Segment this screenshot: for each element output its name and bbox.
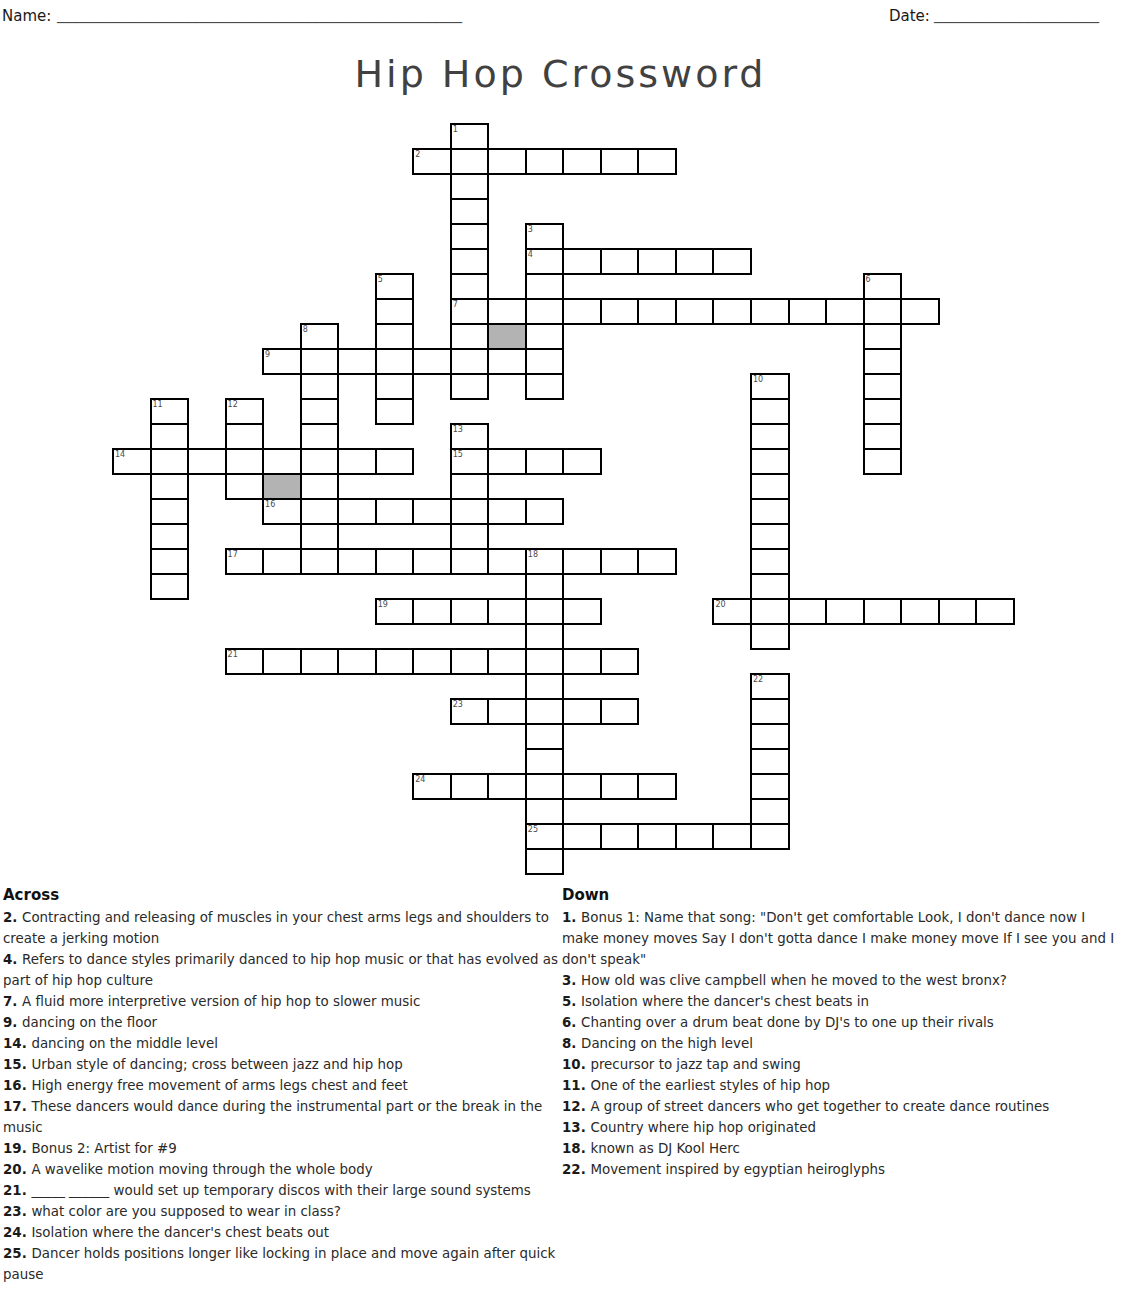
clue-number-label: 9. bbox=[3, 1015, 22, 1030]
crossword-grid: 1234567891011121314151617181920212223242… bbox=[113, 124, 1015, 876]
grid-cell[interactable] bbox=[750, 798, 790, 825]
grid-cell[interactable] bbox=[337, 498, 377, 525]
grid-cell[interactable] bbox=[525, 498, 565, 525]
grid-cell[interactable] bbox=[600, 648, 640, 675]
clue-across-4: 4. Refers to dance styles primarily danc… bbox=[3, 949, 560, 991]
across-clue-list: 2. Contracting and releasing of muscles … bbox=[3, 907, 560, 1285]
clue-across-23: 23. what color are you supposed to wear … bbox=[3, 1201, 560, 1222]
grid-cell[interactable] bbox=[412, 648, 452, 675]
clue-across-7: 7. A fluid more interpretive version of … bbox=[3, 991, 560, 1012]
grid-cell[interactable]: 23 bbox=[450, 698, 490, 725]
grid-cell[interactable] bbox=[750, 748, 790, 775]
grid-cell[interactable] bbox=[863, 423, 903, 450]
grid-cell[interactable] bbox=[337, 348, 377, 375]
clue-number-label: 12. bbox=[562, 1099, 590, 1114]
grid-cell[interactable] bbox=[863, 323, 903, 350]
clue-number-label: 25. bbox=[3, 1246, 31, 1261]
clue-number: 15 bbox=[453, 450, 463, 459]
clue-down-3: 3. How old was clive campbell when he mo… bbox=[562, 970, 1119, 991]
clue-number-label: 8. bbox=[562, 1036, 581, 1051]
clue-number-label: 14. bbox=[3, 1036, 31, 1051]
clue-number: 13 bbox=[453, 425, 463, 434]
grid-cell[interactable] bbox=[750, 523, 790, 550]
grid-cell[interactable] bbox=[450, 148, 490, 175]
grid-cell[interactable] bbox=[525, 698, 565, 725]
grid-cell[interactable] bbox=[600, 698, 640, 725]
grid-cell[interactable] bbox=[225, 448, 265, 475]
grid-cell[interactable] bbox=[525, 373, 565, 400]
grid-cell[interactable] bbox=[450, 273, 490, 300]
grid-cell[interactable]: 6 bbox=[863, 273, 903, 300]
grid-cell[interactable]: 4 bbox=[525, 248, 565, 275]
grid-cell[interactable] bbox=[562, 298, 602, 325]
down-clue-list: 1. Bonus 1: Name that song: "Don't get c… bbox=[562, 907, 1119, 1180]
grid-cell[interactable] bbox=[187, 448, 227, 475]
grid-cell[interactable]: 18 bbox=[525, 548, 565, 575]
clue-number-label: 16. bbox=[3, 1078, 31, 1093]
grid-cell[interactable] bbox=[562, 773, 602, 800]
grid-cell[interactable] bbox=[450, 498, 490, 525]
grid-cell[interactable] bbox=[412, 498, 452, 525]
grid-cell[interactable] bbox=[600, 548, 640, 575]
grid-cell[interactable] bbox=[750, 773, 790, 800]
grid-cell[interactable] bbox=[450, 348, 490, 375]
grid-cell[interactable] bbox=[375, 398, 415, 425]
grid-cell[interactable] bbox=[150, 423, 190, 450]
clue-down-22: 22. Movement inspired by egyptian heirog… bbox=[562, 1159, 1119, 1180]
grid-cell[interactable] bbox=[300, 348, 340, 375]
grid-cell[interactable] bbox=[600, 148, 640, 175]
grid-cell[interactable]: 11 bbox=[150, 398, 190, 425]
clue-number: 8 bbox=[303, 325, 308, 334]
clue-across-21: 21. _____ ______ would set up temporary … bbox=[3, 1180, 560, 1201]
grid-cell[interactable] bbox=[450, 548, 490, 575]
grid-cell[interactable] bbox=[412, 548, 452, 575]
grid-cell[interactable] bbox=[150, 448, 190, 475]
grid-cell[interactable] bbox=[525, 148, 565, 175]
grid-cell[interactable] bbox=[600, 773, 640, 800]
grid-cell[interactable] bbox=[487, 448, 527, 475]
grid-cell[interactable] bbox=[300, 423, 340, 450]
grid-cell[interactable] bbox=[262, 448, 302, 475]
grid-cell[interactable]: 15 bbox=[450, 448, 490, 475]
clue-across-20: 20. A wavelike motion moving through the… bbox=[3, 1159, 560, 1180]
grid-cell[interactable] bbox=[150, 573, 190, 600]
grid-cell[interactable] bbox=[750, 498, 790, 525]
clue-number-label: 3. bbox=[562, 973, 581, 988]
clue-number-label: 18. bbox=[562, 1141, 590, 1156]
grid-cell[interactable] bbox=[562, 248, 602, 275]
clue-number-label: 5. bbox=[562, 994, 581, 1009]
grid-cell[interactable] bbox=[450, 173, 490, 200]
grid-cell[interactable] bbox=[675, 248, 715, 275]
grid-cell[interactable] bbox=[525, 273, 565, 300]
clue-number: 18 bbox=[528, 550, 538, 559]
grid-cell[interactable] bbox=[825, 298, 865, 325]
grid-cell[interactable] bbox=[525, 648, 565, 675]
grid-cell[interactable] bbox=[337, 448, 377, 475]
grid-cell[interactable] bbox=[300, 398, 340, 425]
grid-cell[interactable] bbox=[750, 823, 790, 850]
grid-cell[interactable] bbox=[375, 348, 415, 375]
clue-down-11: 11. One of the earliest styles of hip ho… bbox=[562, 1075, 1119, 1096]
grid-cell[interactable] bbox=[562, 698, 602, 725]
grid-cell[interactable] bbox=[450, 648, 490, 675]
clue-number: 3 bbox=[528, 225, 533, 234]
grid-cell[interactable] bbox=[225, 473, 265, 500]
grid-cell[interactable] bbox=[487, 598, 527, 625]
grid-cell[interactable] bbox=[487, 498, 527, 525]
name-label: Name: bbox=[2, 7, 51, 25]
grid-cell[interactable] bbox=[637, 773, 677, 800]
grid-cell[interactable] bbox=[900, 298, 940, 325]
grid-cell[interactable] bbox=[750, 573, 790, 600]
grid-cell-shaded[interactable] bbox=[487, 323, 527, 350]
clue-number: 14 bbox=[115, 450, 125, 459]
grid-cell[interactable] bbox=[750, 698, 790, 725]
clue-number: 7 bbox=[453, 300, 458, 309]
grid-cell[interactable] bbox=[863, 348, 903, 375]
clue-number: 24 bbox=[415, 775, 425, 784]
clue-across-25: 25. Dancer holds positions longer like l… bbox=[3, 1243, 560, 1285]
grid-cell[interactable] bbox=[525, 748, 565, 775]
date-label: Date: bbox=[889, 7, 930, 25]
grid-cell[interactable] bbox=[487, 548, 527, 575]
grid-cell[interactable] bbox=[150, 498, 190, 525]
grid-cell[interactable] bbox=[525, 848, 565, 875]
grid-cell[interactable] bbox=[600, 298, 640, 325]
clue-number: 6 bbox=[866, 275, 871, 284]
clue-number-label: 19. bbox=[3, 1141, 31, 1156]
grid-cell[interactable] bbox=[225, 423, 265, 450]
grid-cell[interactable] bbox=[300, 648, 340, 675]
grid-cell[interactable] bbox=[750, 623, 790, 650]
grid-cell[interactable]: 14 bbox=[112, 448, 152, 475]
clue-number-label: 6. bbox=[562, 1015, 581, 1030]
grid-cell[interactable] bbox=[938, 598, 978, 625]
clue-number-label: 7. bbox=[3, 994, 22, 1009]
grid-cell[interactable] bbox=[525, 323, 565, 350]
grid-cell[interactable] bbox=[525, 298, 565, 325]
clue-across-24: 24. Isolation where the dancer's chest b… bbox=[3, 1222, 560, 1243]
clue-number-label: 23. bbox=[3, 1204, 31, 1219]
clue-number-label: 13. bbox=[562, 1120, 590, 1135]
grid-cell[interactable] bbox=[562, 648, 602, 675]
grid-cell[interactable] bbox=[750, 398, 790, 425]
grid-cell[interactable] bbox=[525, 723, 565, 750]
grid-cell[interactable] bbox=[712, 298, 752, 325]
grid-cell[interactable] bbox=[525, 573, 565, 600]
clue-number: 22 bbox=[753, 675, 763, 684]
grid-cell[interactable] bbox=[412, 348, 452, 375]
clue-number-label: 24. bbox=[3, 1225, 31, 1240]
grid-cell[interactable] bbox=[863, 298, 903, 325]
grid-cell[interactable] bbox=[487, 698, 527, 725]
grid-cell[interactable] bbox=[375, 323, 415, 350]
grid-cell-shaded[interactable] bbox=[262, 473, 302, 500]
grid-cell[interactable]: 21 bbox=[225, 648, 265, 675]
grid-cell[interactable] bbox=[487, 298, 527, 325]
grid-cell[interactable] bbox=[450, 473, 490, 500]
clue-number-label: 1. bbox=[562, 910, 581, 925]
grid-cell[interactable] bbox=[975, 598, 1015, 625]
grid-cell[interactable] bbox=[525, 623, 565, 650]
grid-cell[interactable] bbox=[750, 723, 790, 750]
grid-cell[interactable]: 12 bbox=[225, 398, 265, 425]
clue-across-2: 2. Contracting and releasing of muscles … bbox=[3, 907, 560, 949]
grid-cell[interactable]: 1 bbox=[450, 123, 490, 150]
grid-cell[interactable] bbox=[600, 823, 640, 850]
grid-cell[interactable] bbox=[150, 523, 190, 550]
grid-cell[interactable]: 19 bbox=[375, 598, 415, 625]
grid-cell[interactable] bbox=[637, 298, 677, 325]
across-heading: Across bbox=[3, 884, 560, 907]
clues-down-section: Down 1. Bonus 1: Name that song: "Don't … bbox=[562, 884, 1119, 1180]
grid-cell[interactable] bbox=[900, 598, 940, 625]
page-title: Hip Hop Crossword bbox=[0, 52, 1121, 96]
grid-cell[interactable] bbox=[863, 598, 903, 625]
grid-cell[interactable] bbox=[487, 648, 527, 675]
clue-number-label: 15. bbox=[3, 1057, 31, 1072]
clue-across-15: 15. Urban style of dancing; cross betwee… bbox=[3, 1054, 560, 1075]
clue-number: 20 bbox=[715, 600, 725, 609]
grid-cell[interactable]: 10 bbox=[750, 373, 790, 400]
grid-cell[interactable] bbox=[300, 498, 340, 525]
grid-cell[interactable] bbox=[562, 148, 602, 175]
clue-down-10: 10. precursor to jazz tap and swing bbox=[562, 1054, 1119, 1075]
grid-cell[interactable] bbox=[525, 448, 565, 475]
clue-number: 12 bbox=[228, 400, 238, 409]
clue-across-14: 14. dancing on the middle level bbox=[3, 1033, 560, 1054]
clue-down-12: 12. A group of street dancers who get to… bbox=[562, 1096, 1119, 1117]
grid-cell[interactable]: 3 bbox=[525, 223, 565, 250]
grid-cell[interactable]: 2 bbox=[412, 148, 452, 175]
grid-cell[interactable] bbox=[562, 548, 602, 575]
grid-cell[interactable] bbox=[825, 598, 865, 625]
clue-down-13: 13. Country where hip hop originated bbox=[562, 1117, 1119, 1138]
grid-cell[interactable]: 17 bbox=[225, 548, 265, 575]
grid-cell[interactable] bbox=[525, 798, 565, 825]
grid-cell[interactable] bbox=[637, 148, 677, 175]
grid-cell[interactable] bbox=[150, 548, 190, 575]
clue-number: 1 bbox=[453, 125, 458, 134]
clue-down-1: 1. Bonus 1: Name that song: "Don't get c… bbox=[562, 907, 1119, 970]
grid-cell[interactable] bbox=[450, 223, 490, 250]
clue-number: 11 bbox=[153, 400, 163, 409]
grid-cell[interactable] bbox=[375, 648, 415, 675]
grid-cell[interactable] bbox=[637, 823, 677, 850]
grid-cell[interactable] bbox=[863, 448, 903, 475]
grid-cell[interactable] bbox=[525, 673, 565, 700]
clue-across-9: 9. dancing on the floor bbox=[3, 1012, 560, 1033]
grid-cell[interactable] bbox=[750, 423, 790, 450]
grid-cell[interactable] bbox=[450, 523, 490, 550]
grid-cell[interactable] bbox=[750, 473, 790, 500]
grid-cell[interactable] bbox=[750, 548, 790, 575]
clue-number: 25 bbox=[528, 825, 538, 834]
clue-number-label: 4. bbox=[3, 952, 22, 967]
grid-cell[interactable]: 13 bbox=[450, 423, 490, 450]
grid-cell[interactable] bbox=[450, 248, 490, 275]
grid-cell[interactable] bbox=[637, 548, 677, 575]
grid-cell[interactable] bbox=[863, 398, 903, 425]
grid-cell[interactable] bbox=[262, 648, 302, 675]
date-line: ______________________ bbox=[934, 5, 1099, 23]
grid-cell[interactable]: 16 bbox=[262, 498, 302, 525]
clue-down-5: 5. Isolation where the dancer's chest be… bbox=[562, 991, 1119, 1012]
grid-cell[interactable] bbox=[562, 598, 602, 625]
clue-down-6: 6. Chanting over a drum beat done by DJ'… bbox=[562, 1012, 1119, 1033]
clue-number-label: 11. bbox=[562, 1078, 590, 1093]
grid-cell[interactable] bbox=[300, 473, 340, 500]
grid-cell[interactable] bbox=[450, 323, 490, 350]
grid-cell[interactable] bbox=[863, 373, 903, 400]
clue-number-label: 21. bbox=[3, 1183, 31, 1198]
clue-number-label: 2. bbox=[3, 910, 22, 925]
grid-cell[interactable] bbox=[525, 598, 565, 625]
clue-number: 19 bbox=[378, 600, 388, 609]
grid-cell[interactable] bbox=[450, 373, 490, 400]
clue-number: 2 bbox=[415, 150, 420, 159]
clue-across-19: 19. Bonus 2: Artist for #9 bbox=[3, 1138, 560, 1159]
grid-cell[interactable]: 7 bbox=[450, 298, 490, 325]
clue-number: 21 bbox=[228, 650, 238, 659]
grid-cell[interactable] bbox=[712, 248, 752, 275]
grid-cell[interactable] bbox=[300, 448, 340, 475]
grid-cell[interactable]: 20 bbox=[712, 598, 752, 625]
grid-cell[interactable] bbox=[562, 823, 602, 850]
grid-cell[interactable]: 8 bbox=[300, 323, 340, 350]
clue-number-label: 22. bbox=[562, 1162, 590, 1177]
grid-cell[interactable] bbox=[750, 448, 790, 475]
clue-across-16: 16. High energy free movement of arms le… bbox=[3, 1075, 560, 1096]
grid-cell[interactable] bbox=[788, 598, 828, 625]
grid-cell[interactable] bbox=[525, 348, 565, 375]
clues-across-section: Across 2. Contracting and releasing of m… bbox=[3, 884, 560, 1285]
grid-cell[interactable] bbox=[150, 473, 190, 500]
clue-number-label: 10. bbox=[562, 1057, 590, 1072]
grid-cell[interactable] bbox=[525, 773, 565, 800]
clue-number-label: 17. bbox=[3, 1099, 31, 1114]
grid-cell[interactable] bbox=[375, 298, 415, 325]
grid-cell[interactable]: 22 bbox=[750, 673, 790, 700]
grid-cell[interactable] bbox=[337, 548, 377, 575]
grid-cell[interactable]: 5 bbox=[375, 273, 415, 300]
grid-cell[interactable] bbox=[637, 248, 677, 275]
grid-cell[interactable] bbox=[450, 198, 490, 225]
grid-cell[interactable] bbox=[788, 298, 828, 325]
grid-cell[interactable] bbox=[412, 598, 452, 625]
clue-number: 4 bbox=[528, 250, 533, 259]
grid-cell[interactable] bbox=[712, 823, 752, 850]
clue-number-label: 20. bbox=[3, 1162, 31, 1177]
name-line: ________________________________________… bbox=[57, 5, 462, 23]
grid-cell[interactable] bbox=[375, 373, 415, 400]
clue-number: 17 bbox=[228, 550, 238, 559]
clue-number: 5 bbox=[378, 275, 383, 284]
grid-cell[interactable] bbox=[337, 648, 377, 675]
grid-cell[interactable] bbox=[487, 148, 527, 175]
grid-cell[interactable] bbox=[300, 548, 340, 575]
grid-cell[interactable] bbox=[450, 773, 490, 800]
grid-cell[interactable] bbox=[375, 548, 415, 575]
grid-cell[interactable] bbox=[675, 298, 715, 325]
clue-down-8: 8. Dancing on the high level bbox=[562, 1033, 1119, 1054]
grid-cell[interactable] bbox=[375, 498, 415, 525]
grid-cell[interactable]: 9 bbox=[262, 348, 302, 375]
down-heading: Down bbox=[562, 884, 1119, 907]
grid-cell[interactable] bbox=[300, 373, 340, 400]
grid-cell[interactable]: 25 bbox=[525, 823, 565, 850]
grid-cell[interactable] bbox=[675, 823, 715, 850]
clue-down-18: 18. known as DJ Kool Herc bbox=[562, 1138, 1119, 1159]
grid-cell[interactable]: 24 bbox=[412, 773, 452, 800]
grid-cell[interactable] bbox=[487, 773, 527, 800]
grid-cell[interactable] bbox=[750, 598, 790, 625]
grid-cell[interactable] bbox=[262, 548, 302, 575]
clue-number: 23 bbox=[453, 700, 463, 709]
grid-cell[interactable] bbox=[487, 348, 527, 375]
clue-number: 16 bbox=[265, 500, 275, 509]
clue-number: 10 bbox=[753, 375, 763, 384]
grid-cell[interactable] bbox=[300, 523, 340, 550]
grid-cell[interactable] bbox=[562, 448, 602, 475]
grid-cell[interactable] bbox=[600, 248, 640, 275]
clue-across-17: 17. These dancers would dance during the… bbox=[3, 1096, 560, 1138]
clue-number: 9 bbox=[265, 350, 270, 359]
grid-cell[interactable] bbox=[450, 598, 490, 625]
grid-cell[interactable] bbox=[375, 448, 415, 475]
grid-cell[interactable] bbox=[750, 298, 790, 325]
